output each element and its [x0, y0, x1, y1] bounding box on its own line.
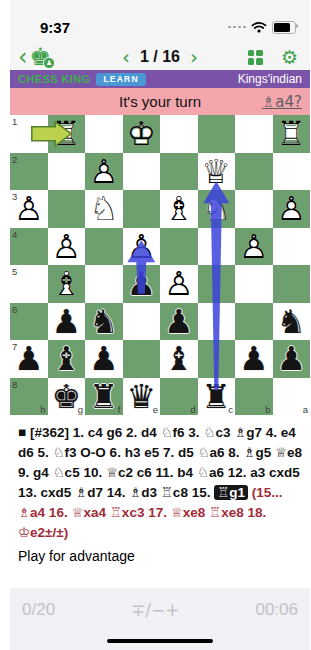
footer-bar: 0/20 ∓/−+ 00:06 [10, 588, 310, 650]
square-e1[interactable]: ♚♔ [123, 115, 161, 153]
file-label-c: c [228, 404, 233, 415]
square-a5[interactable] [273, 265, 311, 303]
square-a8[interactable]: a [273, 378, 311, 416]
square-b3[interactable] [235, 190, 273, 228]
piece-white-pawn-b4[interactable]: ♟♙ [235, 228, 273, 266]
file-label-h: h [40, 404, 45, 415]
piece-black-knight-a6[interactable]: ♞ [273, 303, 311, 341]
square-e5[interactable]: ♟ [123, 265, 161, 303]
square-h8[interactable]: 8h [10, 378, 48, 416]
score-counter: 0/20 [22, 600, 55, 650]
piece-white-pawn-e4[interactable]: ♟♙ [123, 228, 161, 266]
piece-black-pawn-g6[interactable]: ♟ [48, 303, 86, 341]
square-f5[interactable] [85, 265, 123, 303]
square-d8[interactable]: d [160, 378, 198, 416]
clock-time: 9:37 [40, 19, 70, 36]
square-g8[interactable]: g♚ [48, 378, 86, 416]
square-f6[interactable]: ♞ [85, 303, 123, 341]
rank-label-4: 4 [12, 229, 17, 240]
square-b7[interactable]: ♟ [235, 340, 273, 378]
home-indicator[interactable] [107, 639, 213, 644]
piece-white-rook-g1[interactable]: ♜♖ [48, 115, 86, 153]
piece-white-bishop-g5[interactable]: ♝♗ [48, 265, 86, 303]
timer-display: 00:06 [255, 600, 298, 650]
file-label-g: g [78, 404, 83, 415]
rank-label-6: 6 [12, 304, 17, 315]
square-c5[interactable] [198, 265, 236, 303]
square-a1[interactable]: ♜♖ [273, 115, 311, 153]
previous-puzzle-button[interactable]: ‹ [122, 48, 130, 66]
square-c4[interactable] [198, 228, 236, 266]
file-label-a: a [303, 404, 308, 415]
chess-king-app: 9:37 ‹ ♚♟ ‹ 1 / 16 › ⚙ CHESS KING [10, 0, 310, 650]
next-puzzle-button[interactable]: › [190, 48, 198, 66]
piece-white-bishop-d3[interactable]: ♝♗ [160, 190, 198, 228]
piece-black-knight-f6[interactable]: ♞ [85, 303, 123, 341]
file-label-e: e [153, 404, 158, 415]
move-list: ■ [#362] 1. c4 g6 2. d4 ♘f6 3. ♘c3 ♗g7 4… [18, 423, 304, 566]
square-g3[interactable] [48, 190, 86, 228]
square-d1[interactable] [160, 115, 198, 153]
square-a2[interactable] [273, 153, 311, 191]
square-a4[interactable] [273, 228, 311, 266]
square-f3[interactable]: ♞♘ [85, 190, 123, 228]
brand-bar: CHESS KING LEARN Kings'indian [10, 70, 310, 88]
piece-white-pawn-a3[interactable]: ♟♙ [273, 190, 311, 228]
square-f1[interactable] [85, 115, 123, 153]
rank-label-7: 7 [12, 341, 17, 352]
chess-board: 1♜♖♚♔♜♖2♟♙♛♕3♟♙♞♘♝♗♞♘♟♙4♟♙♟♙♟♙5♝♗♟♟♙6♟♞♟… [10, 115, 310, 415]
piece-white-queen-c2[interactable]: ♛♕ [198, 153, 236, 191]
square-c3[interactable]: ♞♘ [198, 190, 236, 228]
hint-move-link[interactable]: ♗a4? [262, 93, 302, 111]
square-c7[interactable] [198, 340, 236, 378]
piece-white-pawn-f2[interactable]: ♟♙ [85, 153, 123, 191]
rank-label-3: 3 [12, 191, 17, 202]
square-b6[interactable] [235, 303, 273, 341]
board-area: 1♜♖♚♔♜♖2♟♙♛♕3♟♙♞♘♝♗♞♘♟♙4♟♙♟♙♟♙5♝♗♟♟♙6♟♞♟… [10, 115, 310, 415]
turn-message: It's your turn [119, 93, 201, 110]
square-f4[interactable] [85, 228, 123, 266]
square-c8[interactable]: c♜ [198, 378, 236, 416]
square-a6[interactable]: ♞ [273, 303, 311, 341]
file-label-b: b [265, 404, 270, 415]
current-move-highlight[interactable]: ♖g1 [214, 485, 248, 500]
square-f2[interactable]: ♟♙ [85, 153, 123, 191]
square-d6[interactable]: ♟ [160, 303, 198, 341]
square-h4[interactable]: 4 [10, 228, 48, 266]
piece-black-bishop-d7[interactable]: ♝ [160, 340, 198, 378]
nav-bar: ‹ ♚♟ ‹ 1 / 16 › ⚙ [10, 44, 310, 70]
square-h7[interactable]: 7♟ [10, 340, 48, 378]
puzzle-pager: ‹ 1 / 16 › [105, 48, 215, 66]
square-g4[interactable]: ♟♙ [48, 228, 86, 266]
square-d5[interactable]: ♟♙ [160, 265, 198, 303]
square-e2[interactable] [123, 153, 161, 191]
piece-white-knight-c3[interactable]: ♞♘ [198, 190, 236, 228]
piece-black-pawn-d6[interactable]: ♟ [160, 303, 198, 341]
piece-black-pawn-a7[interactable]: ♟ [273, 340, 311, 378]
square-g6[interactable]: ♟ [48, 303, 86, 341]
cellular-signal-icon [228, 26, 246, 29]
puzzle-counter: 1 / 16 [140, 48, 180, 66]
rank-label-8: 8 [12, 379, 17, 390]
square-b1[interactable] [235, 115, 273, 153]
square-b8[interactable]: b [235, 378, 273, 416]
piece-black-pawn-e5[interactable]: ♟ [123, 265, 161, 303]
square-h5[interactable]: 5 [10, 265, 48, 303]
square-h1[interactable]: 1 [10, 115, 48, 153]
course-title: Kings'indian [238, 72, 302, 86]
file-label-d: d [190, 404, 195, 415]
square-g7[interactable]: ♝ [48, 340, 86, 378]
square-e6[interactable] [123, 303, 161, 341]
wifi-icon [251, 21, 267, 33]
square-e7[interactable] [123, 340, 161, 378]
piece-black-bishop-g7[interactable]: ♝ [48, 340, 86, 378]
square-h6[interactable]: 6 [10, 303, 48, 341]
square-d3[interactable]: ♝♗ [160, 190, 198, 228]
square-b5[interactable] [235, 265, 273, 303]
rank-label-2: 2 [12, 154, 17, 165]
square-d2[interactable] [160, 153, 198, 191]
square-g1[interactable]: ♜♖ [48, 115, 86, 153]
square-f8[interactable]: f♜ [85, 378, 123, 416]
square-h2[interactable]: 2 [10, 153, 48, 191]
back-button[interactable]: ‹ [18, 47, 28, 67]
piece-black-pawn-f7[interactable]: ♟ [85, 340, 123, 378]
chess-king-logo-icon[interactable]: ♚♟ [30, 45, 52, 69]
square-c1[interactable] [198, 115, 236, 153]
square-h3[interactable]: 3♟♙ [10, 190, 48, 228]
square-d7[interactable]: ♝ [160, 340, 198, 378]
puzzle-list-button[interactable] [248, 50, 263, 65]
square-c2[interactable]: ♛♕ [198, 153, 236, 191]
square-a3[interactable]: ♟♙ [273, 190, 311, 228]
square-b4[interactable]: ♟♙ [235, 228, 273, 266]
piece-white-pawn-d5[interactable]: ♟♙ [160, 265, 198, 303]
square-g5[interactable]: ♝♗ [48, 265, 86, 303]
square-e8[interactable]: e♛ [123, 378, 161, 416]
piece-white-knight-f3[interactable]: ♞♘ [85, 190, 123, 228]
square-a7[interactable]: ♟ [273, 340, 311, 378]
turn-banner: It's your turn ♗a4? [10, 88, 310, 115]
piece-black-pawn-b7[interactable]: ♟ [235, 340, 273, 378]
piece-white-pawn-g4[interactable]: ♟♙ [48, 228, 86, 266]
piece-white-rook-a1[interactable]: ♜♖ [273, 115, 311, 153]
square-d4[interactable] [160, 228, 198, 266]
square-f7[interactable]: ♟ [85, 340, 123, 378]
status-bar: 9:37 [10, 0, 310, 44]
app-name-logo: CHESS KING [18, 73, 90, 85]
learn-badge: LEARN [96, 73, 145, 86]
square-c6[interactable] [198, 303, 236, 341]
square-b2[interactable] [235, 153, 273, 191]
square-g2[interactable] [48, 153, 86, 191]
piece-white-king-e1[interactable]: ♚♔ [123, 115, 161, 153]
file-label-f: f [118, 404, 121, 415]
settings-gear-icon[interactable]: ⚙ [281, 48, 298, 67]
rank-label-1: 1 [12, 116, 17, 127]
square-e4[interactable]: ♟♙ [123, 228, 161, 266]
notation-panel: ■ [#362] 1. c4 g6 2. d4 ♘f6 3. ♘c3 ♗g7 4… [10, 415, 310, 566]
task-conclusion: Play for advantage [18, 546, 304, 566]
rank-label-5: 5 [12, 266, 17, 277]
battery-icon [272, 21, 296, 34]
square-e3[interactable] [123, 190, 161, 228]
